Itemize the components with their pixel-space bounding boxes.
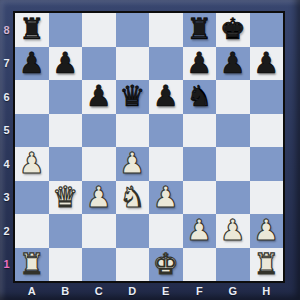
rank-label-1: 1 (0, 248, 13, 282)
piece-white-queen[interactable]: ♛ (49, 181, 83, 215)
square-a4[interactable]: ♟ (15, 147, 49, 181)
piece-black-king[interactable]: ♚ (216, 13, 250, 47)
square-h5[interactable] (250, 114, 284, 148)
square-b8[interactable] (49, 13, 83, 47)
piece-black-pawn[interactable]: ♟ (15, 47, 49, 81)
square-h6[interactable] (250, 80, 284, 114)
square-b2[interactable] (49, 214, 83, 248)
rank-label-6: 6 (0, 80, 13, 114)
square-h3[interactable] (250, 181, 284, 215)
square-a1[interactable]: ♜ (15, 248, 49, 282)
file-label-g: G (216, 283, 250, 298)
file-label-c: C (82, 283, 116, 298)
square-f4[interactable] (183, 147, 217, 181)
square-f2[interactable]: ♟ (183, 214, 217, 248)
file-label-d: D (116, 283, 150, 298)
square-e4[interactable] (149, 147, 183, 181)
square-c4[interactable] (82, 147, 116, 181)
square-d6[interactable]: ♛ (116, 80, 150, 114)
square-e5[interactable] (149, 114, 183, 148)
square-c1[interactable] (82, 248, 116, 282)
square-d7[interactable] (116, 47, 150, 81)
square-g5[interactable] (216, 114, 250, 148)
piece-white-pawn[interactable]: ♟ (15, 147, 49, 181)
square-d5[interactable] (116, 114, 150, 148)
rank-label-7: 7 (0, 47, 13, 81)
square-e6[interactable]: ♟ (149, 80, 183, 114)
square-h2[interactable]: ♟ (250, 214, 284, 248)
square-f3[interactable] (183, 181, 217, 215)
piece-white-pawn[interactable]: ♟ (149, 181, 183, 215)
piece-black-pawn[interactable]: ♟ (250, 47, 284, 81)
square-g2[interactable]: ♟ (216, 214, 250, 248)
square-c3[interactable]: ♟ (82, 181, 116, 215)
square-f8[interactable]: ♜ (183, 13, 217, 47)
file-label-b: B (49, 283, 83, 298)
square-a8[interactable]: ♜ (15, 13, 49, 47)
board-frame: ♜♜♚♟♟♟♟♟♟♛♟♞♟♟♛♟♞♟♟♟♟♜♚♜ (13, 11, 285, 283)
piece-white-pawn[interactable]: ♟ (250, 214, 284, 248)
square-c7[interactable] (82, 47, 116, 81)
piece-white-king[interactable]: ♚ (149, 248, 183, 282)
file-label-f: F (183, 283, 217, 298)
square-a6[interactable] (15, 80, 49, 114)
square-h1[interactable]: ♜ (250, 248, 284, 282)
square-f5[interactable] (183, 114, 217, 148)
file-labels: ABCDEFGH (15, 283, 283, 298)
piece-black-queen[interactable]: ♛ (116, 80, 150, 114)
square-g7[interactable]: ♟ (216, 47, 250, 81)
square-c6[interactable]: ♟ (82, 80, 116, 114)
file-label-a: A (15, 283, 49, 298)
piece-white-knight[interactable]: ♞ (116, 181, 150, 215)
square-e3[interactable]: ♟ (149, 181, 183, 215)
square-a2[interactable] (15, 214, 49, 248)
chess-diagram: 87654321 ♜♜♚♟♟♟♟♟♟♛♟♞♟♟♛♟♞♟♟♟♟♜♚♜ ABCDEF… (0, 0, 300, 300)
piece-white-pawn[interactable]: ♟ (183, 214, 217, 248)
piece-white-pawn[interactable]: ♟ (216, 214, 250, 248)
square-d8[interactable] (116, 13, 150, 47)
square-e1[interactable]: ♚ (149, 248, 183, 282)
square-f1[interactable] (183, 248, 217, 282)
rank-label-4: 4 (0, 147, 13, 181)
square-h4[interactable] (250, 147, 284, 181)
piece-black-pawn[interactable]: ♟ (82, 80, 116, 114)
square-a7[interactable]: ♟ (15, 47, 49, 81)
square-d3[interactable]: ♞ (116, 181, 150, 215)
square-g8[interactable]: ♚ (216, 13, 250, 47)
square-c2[interactable] (82, 214, 116, 248)
piece-black-pawn[interactable]: ♟ (183, 47, 217, 81)
piece-black-pawn[interactable]: ♟ (149, 80, 183, 114)
piece-white-rook[interactable]: ♜ (250, 248, 284, 282)
rank-label-5: 5 (0, 114, 13, 148)
square-f7[interactable]: ♟ (183, 47, 217, 81)
square-e7[interactable] (149, 47, 183, 81)
board-grid: ♜♜♚♟♟♟♟♟♟♛♟♞♟♟♛♟♞♟♟♟♟♜♚♜ (15, 13, 283, 281)
square-g4[interactable] (216, 147, 250, 181)
piece-white-pawn[interactable]: ♟ (82, 181, 116, 215)
rank-label-2: 2 (0, 214, 13, 248)
piece-white-rook[interactable]: ♜ (15, 248, 49, 282)
square-g3[interactable] (216, 181, 250, 215)
square-b4[interactable] (49, 147, 83, 181)
square-d4[interactable]: ♟ (116, 147, 150, 181)
piece-white-pawn[interactable]: ♟ (116, 147, 150, 181)
piece-black-knight[interactable]: ♞ (183, 80, 217, 114)
rank-label-3: 3 (0, 181, 13, 215)
square-b6[interactable] (49, 80, 83, 114)
square-b1[interactable] (49, 248, 83, 282)
square-b3[interactable]: ♛ (49, 181, 83, 215)
square-h8[interactable] (250, 13, 284, 47)
square-g1[interactable] (216, 248, 250, 282)
square-a3[interactable] (15, 181, 49, 215)
square-d1[interactable] (116, 248, 150, 282)
square-a5[interactable] (15, 114, 49, 148)
square-c5[interactable] (82, 114, 116, 148)
square-b7[interactable]: ♟ (49, 47, 83, 81)
piece-black-rook[interactable]: ♜ (15, 13, 49, 47)
square-e8[interactable] (149, 13, 183, 47)
piece-black-rook[interactable]: ♜ (183, 13, 217, 47)
piece-black-pawn[interactable]: ♟ (216, 47, 250, 81)
file-label-h: H (250, 283, 284, 298)
square-b5[interactable] (49, 114, 83, 148)
square-g6[interactable] (216, 80, 250, 114)
square-d2[interactable] (116, 214, 150, 248)
rank-labels: 87654321 (0, 13, 13, 281)
square-h7[interactable]: ♟ (250, 47, 284, 81)
rank-label-8: 8 (0, 13, 13, 47)
square-f6[interactable]: ♞ (183, 80, 217, 114)
file-label-e: E (149, 283, 183, 298)
piece-black-pawn[interactable]: ♟ (49, 47, 83, 81)
square-e2[interactable] (149, 214, 183, 248)
square-c8[interactable] (82, 13, 116, 47)
